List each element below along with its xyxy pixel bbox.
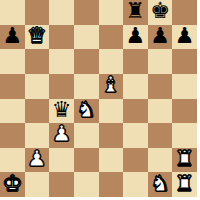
square-f6[interactable]	[123, 49, 148, 74]
square-a5[interactable]	[0, 74, 25, 99]
piece-black-rook[interactable]: ♜	[126, 0, 146, 22]
square-g4[interactable]	[148, 99, 173, 124]
square-e3[interactable]	[99, 123, 124, 148]
square-f8[interactable]: ♜	[123, 0, 148, 25]
square-a3[interactable]	[0, 123, 25, 148]
square-c7[interactable]	[49, 25, 74, 50]
square-c2[interactable]	[49, 148, 74, 173]
square-c8[interactable]	[49, 0, 74, 25]
piece-white-pawn[interactable]: ♟	[52, 123, 72, 145]
piece-white-knight[interactable]: ♞	[76, 99, 96, 121]
piece-white-pawn[interactable]: ♟	[27, 148, 47, 170]
square-f2[interactable]	[123, 148, 148, 173]
square-c4[interactable]: ♛	[49, 99, 74, 124]
square-h3[interactable]	[172, 123, 197, 148]
square-h7[interactable]: ♟	[172, 25, 197, 50]
square-e2[interactable]	[99, 148, 124, 173]
square-b6[interactable]	[25, 49, 50, 74]
square-e8[interactable]	[99, 0, 124, 25]
square-a7[interactable]: ♟	[0, 25, 25, 50]
square-h2[interactable]: ♜	[172, 148, 197, 173]
square-g7[interactable]: ♟	[148, 25, 173, 50]
piece-black-pawn[interactable]: ♟	[150, 25, 170, 47]
piece-white-rook[interactable]: ♜	[175, 148, 195, 170]
square-a4[interactable]	[0, 99, 25, 124]
square-b8[interactable]	[25, 0, 50, 25]
square-b1[interactable]	[25, 172, 50, 197]
square-f1[interactable]	[123, 172, 148, 197]
piece-black-king[interactable]: ♚	[150, 0, 170, 22]
square-d2[interactable]	[74, 148, 99, 173]
square-d5[interactable]	[74, 74, 99, 99]
square-b2[interactable]: ♟	[25, 148, 50, 173]
piece-white-bishop[interactable]: ♝	[101, 74, 121, 96]
square-f5[interactable]	[123, 74, 148, 99]
square-h4[interactable]	[172, 99, 197, 124]
square-d4[interactable]: ♞	[74, 99, 99, 124]
square-h5[interactable]	[172, 74, 197, 99]
square-e1[interactable]	[99, 172, 124, 197]
piece-white-king[interactable]: ♚	[2, 173, 22, 195]
square-c6[interactable]	[49, 49, 74, 74]
square-f3[interactable]	[123, 123, 148, 148]
square-f4[interactable]	[123, 99, 148, 124]
square-a6[interactable]	[0, 49, 25, 74]
square-d6[interactable]	[74, 49, 99, 74]
piece-black-queen[interactable]: ♛	[52, 99, 72, 121]
square-h6[interactable]	[172, 49, 197, 74]
square-b4[interactable]	[25, 99, 50, 124]
square-c3[interactable]: ♟	[49, 123, 74, 148]
square-a1[interactable]: ♚	[0, 172, 25, 197]
square-c1[interactable]	[49, 172, 74, 197]
square-d8[interactable]	[74, 0, 99, 25]
square-e7[interactable]	[99, 25, 124, 50]
square-d3[interactable]	[74, 123, 99, 148]
square-b3[interactable]	[25, 123, 50, 148]
square-b5[interactable]	[25, 74, 50, 99]
square-a2[interactable]	[0, 148, 25, 173]
piece-black-pawn[interactable]: ♟	[126, 25, 146, 47]
square-a8[interactable]	[0, 0, 25, 25]
piece-white-queen[interactable]: ♛	[27, 25, 47, 47]
square-f7[interactable]: ♟	[123, 25, 148, 50]
square-g3[interactable]	[148, 123, 173, 148]
square-e5[interactable]: ♝	[99, 74, 124, 99]
piece-black-pawn[interactable]: ♟	[2, 25, 22, 47]
chess-board: ♜♚♟♛♟♟♟♝♛♞♟♟♜♚♞♜	[0, 0, 197, 197]
square-g6[interactable]	[148, 49, 173, 74]
square-d7[interactable]	[74, 25, 99, 50]
square-h8[interactable]	[172, 0, 197, 25]
square-c5[interactable]	[49, 74, 74, 99]
piece-black-pawn[interactable]: ♟	[175, 25, 195, 47]
square-b7[interactable]: ♛	[25, 25, 50, 50]
square-e4[interactable]	[99, 99, 124, 124]
square-g2[interactable]	[148, 148, 173, 173]
square-g1[interactable]: ♞	[148, 172, 173, 197]
square-d1[interactable]	[74, 172, 99, 197]
square-g5[interactable]	[148, 74, 173, 99]
square-h1[interactable]: ♜	[172, 172, 197, 197]
piece-white-rook[interactable]: ♜	[175, 173, 195, 195]
piece-white-knight[interactable]: ♞	[150, 173, 170, 195]
square-e6[interactable]	[99, 49, 124, 74]
square-g8[interactable]: ♚	[148, 0, 173, 25]
